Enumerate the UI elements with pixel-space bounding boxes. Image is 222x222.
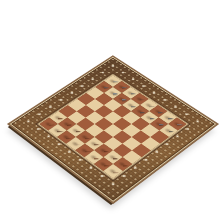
square-a4[interactable] [68, 99, 86, 111]
square-f6[interactable] [131, 118, 149, 131]
photo-stage: ♜♞♝♛♚♝♞♜♟♟♟♟♟♟♟♟♟♟♟♟♟♟♟♟♜♞♝♛♚♝♞♜ [0, 0, 222, 222]
chess-board: ♜♞♝♛♚♝♞♜♟♟♟♟♟♟♟♟♟♟♟♟♟♟♟♟♜♞♝♛♚♝♞♜ [7, 55, 219, 204]
copper-rook-icon: ♜ [106, 155, 120, 174]
silver-pawn-icon: ♟ [163, 118, 175, 133]
playing-area: ♜♞♝♛♚♝♞♜♟♟♟♟♟♟♟♟♟♟♟♟♟♟♟♟♜♞♝♛♚♝♞♜ [39, 75, 186, 178]
square-d4[interactable] [95, 118, 113, 131]
board-scene: ♜♞♝♛♚♝♞♜♟♟♟♟♟♟♟♟♟♟♟♟♟♟♟♟♜♞♝♛♚♝♞♜ [0, 0, 222, 222]
square-h1[interactable]: ♜ [103, 164, 122, 178]
